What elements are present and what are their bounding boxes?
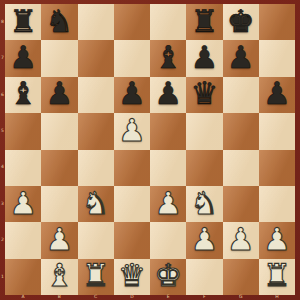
square-b2[interactable]: ♟ — [41, 222, 77, 258]
square-e2[interactable] — [150, 222, 186, 258]
piece-black-pawn: ♟ — [154, 78, 182, 109]
piece-white-king: ♚ — [154, 260, 182, 291]
file-label-b: B — [41, 295, 77, 300]
rank-label-5: 5 — [0, 113, 5, 149]
piece-black-knight: ♞ — [45, 6, 73, 37]
square-h3[interactable] — [259, 186, 295, 222]
square-c5[interactable] — [78, 113, 114, 149]
square-f5[interactable] — [186, 113, 222, 149]
square-c2[interactable] — [78, 222, 114, 258]
piece-black-pawn: ♟ — [190, 42, 218, 73]
square-f3[interactable]: ♞ — [186, 186, 222, 222]
square-d8[interactable] — [114, 4, 150, 40]
chess-board-frame: 87654321 ABCDEFGH ♜♞♜♚♟♝♟♟♝♟♟♟♛♟♟♟♞♟♞♟♟♟… — [0, 0, 300, 300]
square-e8[interactable] — [150, 4, 186, 40]
square-e4[interactable] — [150, 150, 186, 186]
square-b3[interactable] — [41, 186, 77, 222]
file-label-h: H — [259, 295, 295, 300]
piece-white-pawn: ♟ — [9, 188, 37, 219]
rank-label-2: 2 — [0, 222, 5, 258]
rank-label-8: 8 — [0, 4, 5, 40]
square-a1[interactable] — [5, 259, 41, 295]
square-c3[interactable]: ♞ — [78, 186, 114, 222]
square-a6[interactable]: ♝ — [5, 77, 41, 113]
square-d1[interactable]: ♛ — [114, 259, 150, 295]
square-d2[interactable] — [114, 222, 150, 258]
rank-label-3: 3 — [0, 186, 5, 222]
square-h8[interactable] — [259, 4, 295, 40]
square-h7[interactable] — [259, 40, 295, 76]
square-f1[interactable] — [186, 259, 222, 295]
square-c6[interactable] — [78, 77, 114, 113]
square-a5[interactable] — [5, 113, 41, 149]
square-b7[interactable] — [41, 40, 77, 76]
piece-black-bishop: ♝ — [154, 42, 182, 73]
square-f4[interactable] — [186, 150, 222, 186]
square-g4[interactable] — [223, 150, 259, 186]
square-a8[interactable]: ♜ — [5, 4, 41, 40]
square-g1[interactable] — [223, 259, 259, 295]
square-h6[interactable]: ♟ — [259, 77, 295, 113]
square-b4[interactable] — [41, 150, 77, 186]
square-g2[interactable]: ♟ — [223, 222, 259, 258]
piece-black-pawn: ♟ — [227, 42, 255, 73]
rank-label-4: 4 — [0, 150, 5, 186]
piece-white-pawn: ♟ — [154, 188, 182, 219]
piece-white-rook: ♜ — [263, 260, 291, 291]
square-d6[interactable]: ♟ — [114, 77, 150, 113]
square-g8[interactable]: ♚ — [223, 4, 259, 40]
square-b1[interactable]: ♝ — [41, 259, 77, 295]
piece-black-pawn: ♟ — [45, 78, 73, 109]
square-b8[interactable]: ♞ — [41, 4, 77, 40]
square-e7[interactable]: ♝ — [150, 40, 186, 76]
square-d5[interactable]: ♟ — [114, 113, 150, 149]
rank-label-1: 1 — [0, 259, 5, 295]
square-g3[interactable] — [223, 186, 259, 222]
square-c8[interactable] — [78, 4, 114, 40]
square-a7[interactable]: ♟ — [5, 40, 41, 76]
square-a3[interactable]: ♟ — [5, 186, 41, 222]
piece-black-king: ♚ — [227, 6, 255, 37]
square-c4[interactable] — [78, 150, 114, 186]
square-c7[interactable] — [78, 40, 114, 76]
square-c1[interactable]: ♜ — [78, 259, 114, 295]
file-labels: ABCDEFGH — [5, 295, 295, 300]
square-f6[interactable]: ♛ — [186, 77, 222, 113]
piece-black-queen: ♛ — [190, 78, 218, 109]
piece-white-rook: ♜ — [82, 260, 110, 291]
file-label-d: D — [114, 295, 150, 300]
square-d4[interactable] — [114, 150, 150, 186]
piece-black-pawn: ♟ — [9, 42, 37, 73]
square-e3[interactable]: ♟ — [150, 186, 186, 222]
file-label-f: F — [186, 295, 222, 300]
square-h4[interactable] — [259, 150, 295, 186]
rank-labels: 87654321 — [0, 4, 5, 295]
file-label-e: E — [150, 295, 186, 300]
square-g7[interactable]: ♟ — [223, 40, 259, 76]
piece-black-pawn: ♟ — [118, 78, 146, 109]
square-b5[interactable] — [41, 113, 77, 149]
square-a4[interactable] — [5, 150, 41, 186]
square-b6[interactable]: ♟ — [41, 77, 77, 113]
piece-white-pawn: ♟ — [263, 224, 291, 255]
square-h5[interactable] — [259, 113, 295, 149]
square-e6[interactable]: ♟ — [150, 77, 186, 113]
piece-white-queen: ♛ — [118, 260, 146, 291]
piece-white-pawn: ♟ — [227, 224, 255, 255]
square-g5[interactable] — [223, 113, 259, 149]
piece-black-rook: ♜ — [9, 6, 37, 37]
rank-label-7: 7 — [0, 40, 5, 76]
square-h2[interactable]: ♟ — [259, 222, 295, 258]
square-e1[interactable]: ♚ — [150, 259, 186, 295]
piece-white-knight: ♞ — [82, 188, 110, 219]
rank-label-6: 6 — [0, 77, 5, 113]
piece-black-bishop: ♝ — [9, 78, 37, 109]
piece-white-bishop: ♝ — [45, 260, 73, 291]
square-f7[interactable]: ♟ — [186, 40, 222, 76]
square-f2[interactable]: ♟ — [186, 222, 222, 258]
piece-white-knight: ♞ — [190, 188, 218, 219]
piece-black-pawn: ♟ — [263, 78, 291, 109]
file-label-g: G — [223, 295, 259, 300]
square-h1[interactable]: ♜ — [259, 259, 295, 295]
square-d7[interactable] — [114, 40, 150, 76]
square-g6[interactable] — [223, 77, 259, 113]
piece-white-pawn: ♟ — [45, 224, 73, 255]
file-label-a: A — [5, 295, 41, 300]
piece-white-pawn: ♟ — [118, 115, 146, 146]
square-d3[interactable] — [114, 186, 150, 222]
square-a2[interactable] — [5, 222, 41, 258]
chess-board: ♜♞♜♚♟♝♟♟♝♟♟♟♛♟♟♟♞♟♞♟♟♟♟♝♜♛♚♜ — [5, 4, 295, 295]
square-e5[interactable] — [150, 113, 186, 149]
piece-white-pawn: ♟ — [190, 224, 218, 255]
file-label-c: C — [78, 295, 114, 300]
piece-black-rook: ♜ — [190, 6, 218, 37]
square-f8[interactable]: ♜ — [186, 4, 222, 40]
